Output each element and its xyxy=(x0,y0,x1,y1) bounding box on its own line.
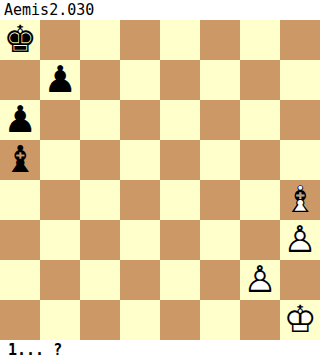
square-a7[interactable] xyxy=(0,60,40,100)
square-c3[interactable] xyxy=(80,220,120,260)
square-e5[interactable] xyxy=(160,140,200,180)
square-h8[interactable] xyxy=(280,20,320,60)
black-pawn-glyph: ♟ xyxy=(40,60,80,100)
white-bishop-outline: ♗ xyxy=(280,180,320,220)
square-f1[interactable] xyxy=(200,300,240,340)
square-d5[interactable] xyxy=(120,140,160,180)
square-c5[interactable] xyxy=(80,140,120,180)
square-h4[interactable]: ♝♗ xyxy=(280,180,320,220)
square-b1[interactable] xyxy=(40,300,80,340)
square-a1[interactable] xyxy=(0,300,40,340)
square-d4[interactable] xyxy=(120,180,160,220)
square-f2[interactable] xyxy=(200,260,240,300)
move-prompt: 1... ? xyxy=(0,341,62,359)
square-f5[interactable] xyxy=(200,140,240,180)
square-a2[interactable] xyxy=(0,260,40,300)
square-e7[interactable] xyxy=(160,60,200,100)
title-bar: Aemis2.030 xyxy=(0,0,320,20)
page-title: Aemis2.030 xyxy=(0,1,94,19)
white-pawn-piece[interactable]: ♟♙ xyxy=(240,260,280,300)
white-pawn-outline: ♙ xyxy=(240,260,280,300)
black-bishop-glyph: ♝ xyxy=(0,140,40,180)
square-c2[interactable] xyxy=(80,260,120,300)
square-e4[interactable] xyxy=(160,180,200,220)
square-e3[interactable] xyxy=(160,220,200,260)
square-d2[interactable] xyxy=(120,260,160,300)
square-a4[interactable] xyxy=(0,180,40,220)
square-f4[interactable] xyxy=(200,180,240,220)
square-b6[interactable] xyxy=(40,100,80,140)
square-e1[interactable] xyxy=(160,300,200,340)
square-c1[interactable] xyxy=(80,300,120,340)
square-b3[interactable] xyxy=(40,220,80,260)
square-d8[interactable] xyxy=(120,20,160,60)
square-h5[interactable] xyxy=(280,140,320,180)
square-b7[interactable]: ♟ xyxy=(40,60,80,100)
square-a6[interactable]: ♟ xyxy=(0,100,40,140)
white-pawn-piece[interactable]: ♟♙ xyxy=(280,220,320,260)
square-b2[interactable] xyxy=(40,260,80,300)
square-d1[interactable] xyxy=(120,300,160,340)
square-c8[interactable] xyxy=(80,20,120,60)
white-king-piece[interactable]: ♚♔ xyxy=(280,300,320,340)
square-d6[interactable] xyxy=(120,100,160,140)
square-g2[interactable]: ♟♙ xyxy=(240,260,280,300)
square-h2[interactable] xyxy=(280,260,320,300)
black-pawn-piece[interactable]: ♟ xyxy=(0,100,40,140)
square-b8[interactable] xyxy=(40,20,80,60)
square-e2[interactable] xyxy=(160,260,200,300)
square-g5[interactable] xyxy=(240,140,280,180)
square-g7[interactable] xyxy=(240,60,280,100)
square-c4[interactable] xyxy=(80,180,120,220)
square-f6[interactable] xyxy=(200,100,240,140)
square-h1[interactable]: ♚♔ xyxy=(280,300,320,340)
black-king-glyph: ♚ xyxy=(0,20,40,60)
square-h6[interactable] xyxy=(280,100,320,140)
white-pawn-outline: ♙ xyxy=(280,220,320,260)
square-a5[interactable]: ♝ xyxy=(0,140,40,180)
square-c7[interactable] xyxy=(80,60,120,100)
square-a3[interactable] xyxy=(0,220,40,260)
square-g4[interactable] xyxy=(240,180,280,220)
square-e6[interactable] xyxy=(160,100,200,140)
white-king-outline: ♔ xyxy=(280,300,320,340)
square-g3[interactable] xyxy=(240,220,280,260)
square-e8[interactable] xyxy=(160,20,200,60)
square-b5[interactable] xyxy=(40,140,80,180)
black-pawn-piece[interactable]: ♟ xyxy=(40,60,80,100)
chess-board: ♚♟♟♝♝♗♟♙♟♙♚♔ xyxy=(0,20,320,340)
square-h3[interactable]: ♟♙ xyxy=(280,220,320,260)
square-h7[interactable] xyxy=(280,60,320,100)
square-f7[interactable] xyxy=(200,60,240,100)
white-bishop-piece[interactable]: ♝♗ xyxy=(280,180,320,220)
square-c6[interactable] xyxy=(80,100,120,140)
square-g6[interactable] xyxy=(240,100,280,140)
square-f8[interactable] xyxy=(200,20,240,60)
square-f3[interactable] xyxy=(200,220,240,260)
black-king-piece[interactable]: ♚ xyxy=(0,20,40,60)
black-pawn-glyph: ♟ xyxy=(0,100,40,140)
caption-bar: 1... ? xyxy=(0,340,320,360)
square-b4[interactable] xyxy=(40,180,80,220)
black-bishop-piece[interactable]: ♝ xyxy=(0,140,40,180)
square-d7[interactable] xyxy=(120,60,160,100)
square-d3[interactable] xyxy=(120,220,160,260)
square-a8[interactable]: ♚ xyxy=(0,20,40,60)
square-g1[interactable] xyxy=(240,300,280,340)
square-g8[interactable] xyxy=(240,20,280,60)
